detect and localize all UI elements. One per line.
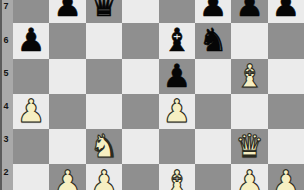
white-bishop-g5: ♝ [235,59,264,94]
rank-label-3: 3 [1,133,11,145]
square-g5: ♝ [231,59,267,94]
square-f5 [195,59,231,94]
square-d4 [122,94,158,129]
square-c4 [86,94,122,129]
white-knight-c3: ♞ [90,129,119,164]
rank-label-2: 2 [1,166,11,178]
square-d5 [122,59,158,94]
square-b2: ♟ [49,164,85,190]
square-f4 [195,94,231,129]
square-c3: ♞ [86,129,122,164]
black-pawn-h7: ♟ [272,0,301,23]
square-g6 [231,23,267,58]
square-h7: ♟ [268,0,304,23]
square-h6 [268,23,304,58]
square-b5 [49,59,85,94]
square-f2 [195,164,231,190]
rank-label-6: 6 [1,34,11,46]
square-e4: ♟ [159,94,195,129]
square-a7 [13,0,49,23]
square-a6: ♟ [13,23,49,58]
square-b6 [49,23,85,58]
square-d7 [122,0,158,23]
square-c7: ♛ [86,0,122,23]
white-bishop-e2: ♝ [162,165,191,190]
square-a2 [13,164,49,190]
square-c6 [86,23,122,58]
white-pawn-e4: ♟ [162,94,191,129]
square-b3 [49,129,85,164]
board-left-edge [0,0,2,190]
square-d3 [122,129,158,164]
white-queen-g3: ♛ [235,129,264,164]
square-d6 [122,23,158,58]
square-b4 [49,94,85,129]
white-pawn-g2: ♟ [235,165,264,190]
black-pawn-e5: ♟ [162,59,191,94]
black-pawn-b7: ♟ [53,0,82,23]
rank-label-4: 4 [1,100,11,112]
square-b7: ♟ [49,0,85,23]
black-knight-f6: ♞ [199,23,228,58]
square-e2: ♝ [159,164,195,190]
square-h5 [268,59,304,94]
white-pawn-b2: ♟ [53,165,82,190]
square-f3 [195,129,231,164]
square-e6: ♝ [159,23,195,58]
square-e7 [159,0,195,23]
square-c2: ♟ [86,164,122,190]
black-pawn-a6: ♟ [17,23,46,58]
square-c5 [86,59,122,94]
black-bishop-e6: ♝ [162,23,191,58]
white-pawn-c2: ♟ [90,165,119,190]
square-d2 [122,164,158,190]
black-pawn-g7: ♟ [235,0,264,23]
square-e5: ♟ [159,59,195,94]
square-g4 [231,94,267,129]
chess-board: ♟♛♟♟♟♟♝♞♟♝♟♟♞♛♟♟♝♟♟ [13,0,304,190]
square-h4 [268,94,304,129]
square-h3 [268,129,304,164]
square-g3: ♛ [231,129,267,164]
square-f6: ♞ [195,23,231,58]
square-f7: ♟ [195,0,231,23]
square-h2: ♟ [268,164,304,190]
square-a4: ♟ [13,94,49,129]
rank-label-5: 5 [1,67,11,79]
white-pawn-h2: ♟ [272,165,301,190]
square-e3 [159,129,195,164]
square-a3 [13,129,49,164]
white-pawn-a4: ♟ [17,94,46,129]
rank-label-7: 7 [1,0,11,12]
square-g7: ♟ [231,0,267,23]
black-queen-c7: ♛ [90,0,119,23]
square-g2: ♟ [231,164,267,190]
black-pawn-f7: ♟ [199,0,228,23]
square-a5 [13,59,49,94]
chess-diagram: 7 6 5 4 3 2 ♟♛♟♟♟♟♝♞♟♝♟♟♞♛♟♟♝♟♟ [0,0,304,190]
